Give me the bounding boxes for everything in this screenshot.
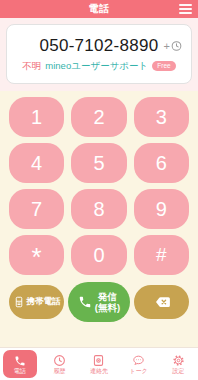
key-star[interactable]: *: [9, 235, 64, 275]
keypad: 1 2 3 4 5 6 7 8 9 * 0 # 携帯電話: [0, 91, 198, 347]
backspace-button[interactable]: [134, 285, 189, 319]
key-5[interactable]: 5: [71, 143, 126, 183]
tab-contacts-label: 連絡先: [90, 368, 108, 374]
action-row: 携帯電話 発信 (無料): [9, 282, 189, 322]
key-3[interactable]: 3: [134, 97, 189, 137]
history-clock-icon: [171, 40, 182, 51]
settings-gear-icon: [172, 354, 185, 367]
tab-history[interactable]: 履歴: [40, 348, 80, 380]
mobile-call-button[interactable]: 携帯電話: [9, 285, 64, 319]
key-0[interactable]: 0: [71, 235, 126, 275]
tab-settings-label: 設定: [172, 368, 184, 374]
tab-talk[interactable]: トーク: [119, 348, 159, 380]
mobile-phone-icon: [13, 295, 25, 309]
call-label: 発信 (無料): [95, 291, 120, 314]
contacts-tab-icon: [92, 354, 105, 367]
key-1[interactable]: 1: [9, 97, 64, 137]
key-2[interactable]: 2: [71, 97, 126, 137]
key-hash[interactable]: #: [134, 235, 189, 275]
phone-app: 電話 050-7102-8890 + 不明 mineoユーザーサポート Free…: [0, 0, 198, 380]
call-handset-icon: [78, 295, 92, 309]
tab-history-label: 履歴: [53, 368, 65, 374]
history-tab-icon: [53, 354, 66, 367]
tab-settings[interactable]: 設定: [158, 348, 198, 380]
dialed-number: 050-7102-8890: [39, 36, 158, 56]
dialpad-grid: 1 2 3 4 5 6 7 8 9 * 0 #: [9, 97, 189, 275]
call-button[interactable]: 発信 (無料): [68, 282, 130, 322]
key-7[interactable]: 7: [9, 189, 64, 229]
tab-contacts[interactable]: 連絡先: [79, 348, 119, 380]
page-title: 電話: [89, 2, 110, 16]
tab-talk-label: トーク: [129, 368, 147, 374]
tab-phone[interactable]: 電話: [0, 348, 40, 380]
key-6[interactable]: 6: [134, 143, 189, 183]
tab-bar: 電話 履歴 連絡先 トーク 設定: [0, 347, 198, 380]
phone-tab-icon: [14, 355, 26, 367]
talk-tab-icon: [132, 354, 145, 367]
key-4[interactable]: 4: [9, 143, 64, 183]
number-card: 050-7102-8890 + 不明 mineoユーザーサポート Free: [6, 24, 192, 84]
plus-icon: +: [164, 40, 170, 51]
header: 電話: [0, 0, 198, 18]
mobile-call-label: 携帯電話: [27, 296, 61, 308]
key-8[interactable]: 8: [71, 189, 126, 229]
key-9[interactable]: 9: [134, 189, 189, 229]
add-to-contacts-button[interactable]: +: [164, 40, 182, 51]
tab-phone-label: 電話: [14, 368, 26, 374]
free-badge: Free: [152, 61, 175, 72]
display-section: 050-7102-8890 + 不明 mineoユーザーサポート Free: [0, 18, 198, 91]
caller-status: 不明: [22, 60, 41, 73]
backspace-icon: [151, 293, 173, 311]
caller-name: mineoユーザーサポート: [45, 60, 148, 73]
hamburger-menu-icon[interactable]: [179, 4, 192, 14]
